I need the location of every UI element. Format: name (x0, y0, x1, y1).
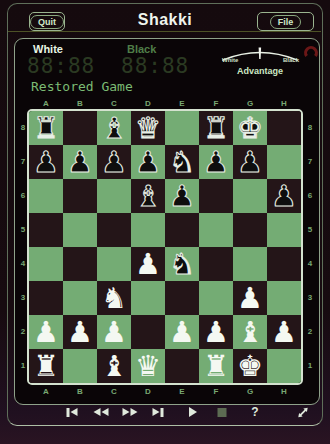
file-label-a: A (29, 99, 63, 109)
header-divider (8, 31, 321, 32)
square-e3[interactable] (165, 281, 199, 315)
square-b3[interactable] (63, 281, 97, 315)
square-b2[interactable]: ♟ (63, 315, 97, 349)
square-f6[interactable] (199, 179, 233, 213)
square-a5[interactable] (29, 213, 63, 247)
rewind-icon (94, 408, 101, 416)
file-label-g: G (233, 99, 267, 109)
chess-board: ♜♝♛♜♚♟♟♟♟♞♟♟♝♟♟♟♞♞♟♟♟♟♟♟♝♟♜♝♛♜♚ (27, 109, 303, 385)
stop-icon (218, 408, 227, 417)
square-h1[interactable] (267, 349, 301, 383)
square-d4[interactable]: ♟ (131, 247, 165, 281)
piece-black-queen: ♛ (135, 111, 161, 145)
file-label-c: C (97, 387, 131, 397)
piece-white-pawn: ♟ (67, 315, 93, 349)
piece-black-knight: ♞ (169, 145, 195, 179)
file-label-c: C (97, 99, 131, 109)
square-b6[interactable] (63, 179, 97, 213)
file-label-d: D (131, 99, 165, 109)
square-d2[interactable] (131, 315, 165, 349)
piece-white-pawn: ♟ (203, 315, 229, 349)
square-f1[interactable]: ♜ (199, 349, 233, 383)
square-h5[interactable] (267, 213, 301, 247)
square-f5[interactable] (199, 213, 233, 247)
square-g8[interactable]: ♚ (233, 111, 267, 145)
square-e1[interactable] (165, 349, 199, 383)
square-e4[interactable]: ♞ (165, 247, 199, 281)
square-a8[interactable]: ♜ (29, 111, 63, 145)
piece-black-pawn: ♟ (101, 145, 127, 179)
playback-toolbar: ? (0, 403, 330, 423)
rank-label-1: 1 (305, 349, 315, 383)
file-labels-bottom: ABCDEFGH (29, 387, 301, 397)
piece-black-pawn: ♟ (271, 179, 297, 213)
square-c4[interactable] (97, 247, 131, 281)
fast-forward-icon (123, 408, 130, 416)
square-f7[interactable]: ♟ (199, 145, 233, 179)
square-c6[interactable] (97, 179, 131, 213)
rank-label-7: 7 (305, 145, 315, 179)
piece-black-pawn: ♟ (169, 179, 195, 213)
piece-white-queen: ♛ (135, 349, 161, 383)
square-f8[interactable]: ♜ (199, 111, 233, 145)
rotate-board-icon[interactable] (303, 43, 319, 59)
game-panel: White Black 88:88 88:88 White Black Adva… (14, 38, 320, 405)
square-h2[interactable]: ♟ (267, 315, 301, 349)
square-e7[interactable]: ♞ (165, 145, 199, 179)
square-g4[interactable] (233, 247, 267, 281)
piece-black-rook: ♜ (203, 111, 229, 145)
square-f3[interactable] (199, 281, 233, 315)
square-a4[interactable] (29, 247, 63, 281)
square-a6[interactable] (29, 179, 63, 213)
piece-black-pawn: ♟ (135, 145, 161, 179)
piece-black-pawn: ♟ (203, 145, 229, 179)
square-f4[interactable] (199, 247, 233, 281)
square-e6[interactable]: ♟ (165, 179, 199, 213)
black-clock: 88:88 (121, 54, 189, 78)
square-b4[interactable] (63, 247, 97, 281)
square-e2[interactable]: ♟ (165, 315, 199, 349)
skip-to-end-icon (153, 408, 160, 416)
square-h4[interactable] (267, 247, 301, 281)
rank-label-5: 5 (305, 213, 315, 247)
square-h7[interactable] (267, 145, 301, 179)
piece-white-rook: ♜ (33, 349, 59, 383)
piece-white-pawn: ♟ (271, 315, 297, 349)
square-f2[interactable]: ♟ (199, 315, 233, 349)
file-label-b: B (63, 387, 97, 397)
stop-button[interactable] (218, 405, 227, 419)
resize-button[interactable] (297, 405, 310, 419)
resize-icon (297, 406, 310, 419)
gauge-white-label: White (222, 57, 238, 63)
piece-white-pawn: ♟ (33, 315, 59, 349)
file-label-e: E (165, 99, 199, 109)
rewind-button[interactable] (94, 405, 109, 419)
file-label-f: F (199, 387, 233, 397)
square-c7[interactable]: ♟ (97, 145, 131, 179)
app-screen: Quit Shakki File White Black 88:88 88:88… (0, 0, 330, 444)
square-h3[interactable] (267, 281, 301, 315)
piece-white-bishop: ♝ (237, 315, 263, 349)
file-label-e: E (165, 387, 199, 397)
piece-black-king: ♚ (237, 111, 263, 145)
square-g3[interactable]: ♟ (233, 281, 267, 315)
square-h6[interactable]: ♟ (267, 179, 301, 213)
square-c5[interactable] (97, 213, 131, 247)
file-label-h: H (267, 99, 301, 109)
advantage-needle (259, 48, 262, 60)
file-label-h: H (267, 387, 301, 397)
square-h8[interactable] (267, 111, 301, 145)
skip-to-end-button[interactable] (153, 405, 164, 419)
square-c2[interactable]: ♟ (97, 315, 131, 349)
piece-black-pawn: ♟ (237, 145, 263, 179)
piece-white-pawn: ♟ (237, 281, 263, 315)
play-icon (189, 407, 197, 417)
file-label-b: B (63, 99, 97, 109)
square-d1[interactable]: ♛ (131, 349, 165, 383)
piece-black-pawn: ♟ (67, 145, 93, 179)
piece-white-bishop: ♝ (101, 349, 127, 383)
square-b1[interactable] (63, 349, 97, 383)
file-label-g: G (233, 387, 267, 397)
file-button[interactable]: File (257, 12, 314, 31)
file-label-a: A (29, 387, 63, 397)
square-g1[interactable]: ♚ (233, 349, 267, 383)
square-g6[interactable] (233, 179, 267, 213)
play-button[interactable] (189, 405, 197, 419)
square-b5[interactable] (63, 213, 97, 247)
square-d8[interactable]: ♛ (131, 111, 165, 145)
piece-black-bishop: ♝ (101, 111, 127, 145)
piece-black-pawn: ♟ (33, 145, 59, 179)
square-d5[interactable] (131, 213, 165, 247)
skip-to-start-button[interactable] (67, 405, 78, 419)
square-d7[interactable]: ♟ (131, 145, 165, 179)
help-icon: ? (251, 405, 258, 419)
square-c3[interactable]: ♞ (97, 281, 131, 315)
advantage-title: Advantage (218, 66, 302, 76)
help-button[interactable]: ? (251, 405, 258, 419)
piece-black-knight: ♞ (169, 247, 195, 281)
rank-label-8: 8 (305, 111, 315, 145)
square-d3[interactable] (131, 281, 165, 315)
piece-white-knight: ♞ (101, 281, 127, 315)
rank-labels-right: 87654321 (305, 111, 315, 383)
piece-black-bishop: ♝ (135, 179, 161, 213)
skip-to-start-icon (67, 408, 70, 417)
piece-black-rook: ♜ (33, 111, 59, 145)
file-label-f: F (199, 99, 233, 109)
white-clock: 88:88 (27, 54, 95, 78)
gauge-black-label: Black (283, 57, 299, 63)
square-g7[interactable]: ♟ (233, 145, 267, 179)
piece-white-pawn: ♟ (101, 315, 127, 349)
rank-label-6: 6 (305, 179, 315, 213)
square-d6[interactable]: ♝ (131, 179, 165, 213)
square-e5[interactable] (165, 213, 199, 247)
square-a7[interactable]: ♟ (29, 145, 63, 179)
square-b8[interactable] (63, 111, 97, 145)
file-labels-top: ABCDEFGH (29, 99, 301, 109)
square-a1[interactable]: ♜ (29, 349, 63, 383)
piece-white-pawn: ♟ (135, 247, 161, 281)
rank-label-3: 3 (305, 281, 315, 315)
rank-label-2: 2 (305, 315, 315, 349)
square-g5[interactable] (233, 213, 267, 247)
rank-label-4: 4 (305, 247, 315, 281)
game-status-text: Restored Game (31, 79, 133, 94)
piece-white-pawn: ♟ (169, 315, 195, 349)
file-button-label: File (270, 15, 302, 29)
square-c8[interactable]: ♝ (97, 111, 131, 145)
fast-forward-button[interactable] (123, 405, 138, 419)
square-b7[interactable]: ♟ (63, 145, 97, 179)
square-a3[interactable] (29, 281, 63, 315)
square-a2[interactable]: ♟ (29, 315, 63, 349)
square-e8[interactable] (165, 111, 199, 145)
square-c1[interactable]: ♝ (97, 349, 131, 383)
piece-white-rook: ♜ (203, 349, 229, 383)
file-label-d: D (131, 387, 165, 397)
piece-white-king: ♚ (237, 349, 263, 383)
square-g2[interactable]: ♝ (233, 315, 267, 349)
